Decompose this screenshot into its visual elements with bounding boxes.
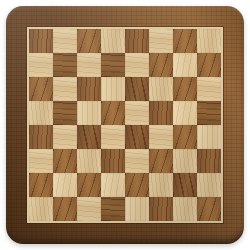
square-h3[interactable] — [197, 149, 221, 173]
square-f4[interactable] — [149, 125, 173, 149]
square-g1[interactable] — [173, 197, 197, 221]
square-d7[interactable] — [101, 53, 125, 77]
square-e3[interactable] — [125, 149, 149, 173]
square-e4[interactable] — [125, 125, 149, 149]
square-e8[interactable] — [125, 29, 149, 53]
square-e7[interactable] — [125, 53, 149, 77]
square-a2[interactable] — [29, 173, 53, 197]
square-e5[interactable] — [125, 101, 149, 125]
square-d5[interactable] — [101, 101, 125, 125]
chess-board — [6, 6, 244, 244]
square-h7[interactable] — [197, 53, 221, 77]
square-g5[interactable] — [173, 101, 197, 125]
square-d3[interactable] — [101, 149, 125, 173]
square-h2[interactable] — [197, 173, 221, 197]
square-h8[interactable] — [197, 29, 221, 53]
square-f8[interactable] — [149, 29, 173, 53]
square-f2[interactable] — [149, 173, 173, 197]
square-c5[interactable] — [77, 101, 101, 125]
square-a1[interactable] — [29, 197, 53, 221]
square-h4[interactable] — [197, 125, 221, 149]
square-g8[interactable] — [173, 29, 197, 53]
square-b1[interactable] — [53, 197, 77, 221]
square-d2[interactable] — [101, 173, 125, 197]
square-e2[interactable] — [125, 173, 149, 197]
square-f1[interactable] — [149, 197, 173, 221]
playing-field — [27, 27, 223, 223]
square-h5[interactable] — [197, 101, 221, 125]
square-e6[interactable] — [125, 77, 149, 101]
square-h6[interactable] — [197, 77, 221, 101]
square-a5[interactable] — [29, 101, 53, 125]
square-d6[interactable] — [101, 77, 125, 101]
square-a8[interactable] — [29, 29, 53, 53]
square-g4[interactable] — [173, 125, 197, 149]
square-e1[interactable] — [125, 197, 149, 221]
square-c2[interactable] — [77, 173, 101, 197]
square-f5[interactable] — [149, 101, 173, 125]
square-a4[interactable] — [29, 125, 53, 149]
square-c7[interactable] — [77, 53, 101, 77]
square-b4[interactable] — [53, 125, 77, 149]
square-g3[interactable] — [173, 149, 197, 173]
square-c4[interactable] — [77, 125, 101, 149]
square-g2[interactable] — [173, 173, 197, 197]
square-d1[interactable] — [101, 197, 125, 221]
square-f6[interactable] — [149, 77, 173, 101]
square-a7[interactable] — [29, 53, 53, 77]
square-a3[interactable] — [29, 149, 53, 173]
square-f3[interactable] — [149, 149, 173, 173]
square-h1[interactable] — [197, 197, 221, 221]
square-b3[interactable] — [53, 149, 77, 173]
square-g6[interactable] — [173, 77, 197, 101]
square-g7[interactable] — [173, 53, 197, 77]
square-c6[interactable] — [77, 77, 101, 101]
square-a6[interactable] — [29, 77, 53, 101]
square-b6[interactable] — [53, 77, 77, 101]
square-b5[interactable] — [53, 101, 77, 125]
square-c8[interactable] — [77, 29, 101, 53]
square-d8[interactable] — [101, 29, 125, 53]
square-f7[interactable] — [149, 53, 173, 77]
square-b2[interactable] — [53, 173, 77, 197]
square-b8[interactable] — [53, 29, 77, 53]
square-d4[interactable] — [101, 125, 125, 149]
square-c1[interactable] — [77, 197, 101, 221]
photo-background — [0, 0, 250, 250]
square-b7[interactable] — [53, 53, 77, 77]
square-c3[interactable] — [77, 149, 101, 173]
